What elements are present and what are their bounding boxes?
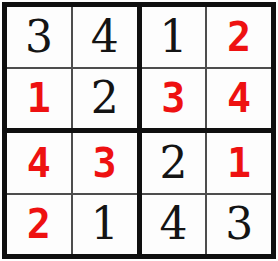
cell-r3c4[interactable]: 1	[207, 133, 271, 193]
cell-r2c4[interactable]: 4	[207, 69, 271, 129]
given-digit: 2	[91, 76, 119, 120]
given-digit: 4	[159, 202, 187, 246]
cell-r3c2[interactable]: 3	[73, 133, 137, 193]
cell-r1c3[interactable]: 1	[142, 7, 206, 67]
box-top-right: 1234	[142, 7, 272, 128]
cell-r4c3[interactable]: 4	[142, 195, 206, 255]
solved-digit: 3	[161, 78, 185, 118]
solved-digit: 1	[227, 143, 251, 183]
cell-r4c2[interactable]: 1	[73, 195, 137, 255]
solved-digit: 3	[93, 143, 117, 183]
cell-r1c4[interactable]: 2	[207, 7, 271, 67]
given-digit: 3	[25, 15, 53, 59]
cell-r3c3[interactable]: 2	[142, 133, 206, 193]
sudoku-board: 3412 1234 4321 2143	[2, 2, 276, 259]
box-top-left: 3412	[7, 7, 137, 128]
box-bottom-left: 4321	[7, 133, 137, 254]
sudoku-board-frame: 3412 1234 4321 2143	[0, 0, 278, 261]
cell-r3c1[interactable]: 4	[7, 133, 71, 193]
solved-digit: 4	[227, 78, 251, 118]
cell-r1c2[interactable]: 4	[73, 7, 137, 67]
given-digit: 3	[225, 202, 253, 246]
solved-digit: 1	[27, 78, 51, 118]
solved-digit: 2	[27, 204, 51, 244]
given-digit: 1	[91, 202, 119, 246]
cell-r2c3[interactable]: 3	[142, 69, 206, 129]
given-digit: 1	[159, 15, 187, 59]
solved-digit: 2	[227, 17, 251, 57]
cell-r2c1[interactable]: 1	[7, 69, 71, 129]
cell-r1c1[interactable]: 3	[7, 7, 71, 67]
cell-r4c1[interactable]: 2	[7, 195, 71, 255]
cell-r2c2[interactable]: 2	[73, 69, 137, 129]
given-digit: 2	[159, 141, 187, 185]
cell-r4c4[interactable]: 3	[207, 195, 271, 255]
box-bottom-right: 2143	[142, 133, 272, 254]
given-digit: 4	[91, 15, 119, 59]
solved-digit: 4	[27, 143, 51, 183]
